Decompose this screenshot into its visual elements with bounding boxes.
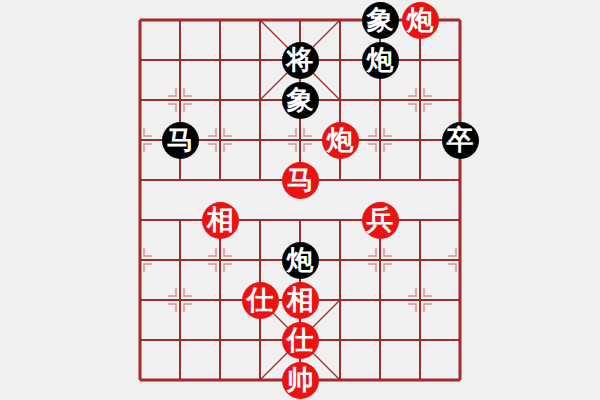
xiangqi-board: 象炮将炮象马炮卒马相兵炮仕相仕帅 [0,0,600,400]
piece-black-horse[interactable]: 马 [162,122,199,159]
piece-black-elephant[interactable]: 象 [282,82,319,119]
piece-red-cannon[interactable]: 炮 [322,122,359,159]
piece-red-soldier[interactable]: 兵 [362,202,399,239]
piece-red-horse[interactable]: 马 [282,162,319,199]
piece-red-elephant[interactable]: 相 [202,202,239,239]
piece-black-soldier[interactable]: 卒 [442,122,479,159]
pieces-layer: 象炮将炮象马炮卒马相兵炮仕相仕帅 [120,0,480,400]
piece-red-advisor[interactable]: 仕 [282,322,319,359]
piece-black-cannon[interactable]: 炮 [362,42,399,79]
piece-red-general[interactable]: 帅 [282,362,319,399]
piece-red-advisor[interactable]: 仕 [242,282,279,319]
piece-black-cannon[interactable]: 炮 [282,242,319,279]
piece-red-cannon[interactable]: 炮 [402,2,439,39]
piece-black-elephant[interactable]: 象 [362,2,399,39]
piece-red-elephant[interactable]: 相 [282,282,319,319]
piece-black-general[interactable]: 将 [282,42,319,79]
